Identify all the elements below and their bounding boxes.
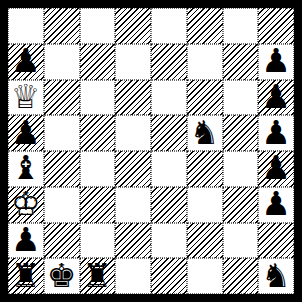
square-h3[interactable]: ♟ [258,187,294,223]
square-f2[interactable] [187,223,223,259]
square-c5[interactable] [80,115,116,151]
square-c4[interactable] [80,151,116,187]
square-b7[interactable] [44,44,80,80]
square-f8[interactable] [187,8,223,44]
black-rook-icon: ♜ [80,258,116,294]
black-rook-icon: ♜ [8,258,44,294]
square-b3[interactable] [44,187,80,223]
square-a4[interactable]: ♝ [8,151,44,187]
square-e8[interactable] [151,8,187,44]
square-g1[interactable] [223,258,259,294]
square-c7[interactable] [80,44,116,80]
black-knight-fill: ♞ [258,257,294,293]
square-d4[interactable] [115,151,151,187]
black-rook-fill: ♜ [8,257,44,293]
black-pawn-icon: ♟ [8,115,44,151]
black-king-icon: ♚ [44,258,80,294]
square-e3[interactable] [151,187,187,223]
square-e7[interactable] [151,44,187,80]
black-pawn-fill: ♟ [8,222,44,258]
black-bishop-fill: ♝ [8,150,44,186]
square-a5[interactable]: ♟ [8,115,44,151]
square-g3[interactable] [223,187,259,223]
black-bishop-icon: ♝ [8,151,44,187]
square-g2[interactable] [223,223,259,259]
black-pawn-icon: ♟ [8,44,44,80]
square-g6[interactable] [223,80,259,116]
square-g7[interactable] [223,44,259,80]
square-h5[interactable]: ♟ [258,115,294,151]
square-c2[interactable] [80,223,116,259]
square-g4[interactable] [223,151,259,187]
square-e4[interactable] [151,151,187,187]
black-knight-fill: ♞ [187,114,223,150]
black-pawn-fill: ♟ [258,186,294,222]
white-king-outline: ♔ [8,186,44,222]
square-c1[interactable]: ♜ [80,258,116,294]
square-f1[interactable] [187,258,223,294]
chess-diagram-frame: ♟♟♛♕♟♟♞♟♝♟♚♔♟♟♜♚♜♞ [0,0,302,302]
square-d6[interactable] [115,80,151,116]
square-h7[interactable]: ♟ [258,44,294,80]
black-pawn-icon: ♟ [258,115,294,151]
square-b2[interactable] [44,223,80,259]
square-f6[interactable] [187,80,223,116]
square-e1[interactable] [151,258,187,294]
black-pawn-fill: ♟ [258,43,294,79]
black-pawn-icon: ♟ [258,80,294,116]
square-a2[interactable]: ♟ [8,223,44,259]
square-b8[interactable] [44,8,80,44]
square-h2[interactable] [258,223,294,259]
square-c6[interactable] [80,80,116,116]
black-pawn-fill: ♟ [258,79,294,115]
square-e6[interactable] [151,80,187,116]
square-d3[interactable] [115,187,151,223]
square-d8[interactable] [115,8,151,44]
square-b6[interactable] [44,80,80,116]
chess-board: ♟♟♛♕♟♟♞♟♝♟♚♔♟♟♜♚♜♞ [8,8,294,294]
square-f5[interactable]: ♞ [187,115,223,151]
square-b4[interactable] [44,151,80,187]
black-pawn-icon: ♟ [258,151,294,187]
black-knight-icon: ♞ [187,115,223,151]
black-pawn-fill: ♟ [8,43,44,79]
square-a1[interactable]: ♜ [8,258,44,294]
square-d7[interactable] [115,44,151,80]
square-c8[interactable] [80,8,116,44]
square-d1[interactable] [115,258,151,294]
square-h6[interactable]: ♟ [258,80,294,116]
square-c3[interactable] [80,187,116,223]
black-pawn-icon: ♟ [258,187,294,223]
black-king-fill: ♚ [44,257,80,293]
white-king-icon: ♚♔ [8,187,44,223]
black-knight-icon: ♞ [258,258,294,294]
black-pawn-fill: ♟ [258,150,294,186]
square-a3[interactable]: ♚♔ [8,187,44,223]
square-b5[interactable] [44,115,80,151]
black-rook-fill: ♜ [80,257,116,293]
black-pawn-fill: ♟ [258,114,294,150]
square-h4[interactable]: ♟ [258,151,294,187]
square-h1[interactable]: ♞ [258,258,294,294]
square-f7[interactable] [187,44,223,80]
white-queen-icon: ♛♕ [8,80,44,116]
square-d2[interactable] [115,223,151,259]
black-pawn-fill: ♟ [8,114,44,150]
square-e5[interactable] [151,115,187,151]
square-a6[interactable]: ♛♕ [8,80,44,116]
black-pawn-icon: ♟ [8,223,44,259]
square-g5[interactable] [223,115,259,151]
square-e2[interactable] [151,223,187,259]
square-h8[interactable] [258,8,294,44]
black-pawn-icon: ♟ [258,44,294,80]
white-queen-outline: ♕ [8,79,44,115]
square-b1[interactable]: ♚ [44,258,80,294]
square-d5[interactable] [115,115,151,151]
square-f3[interactable] [187,187,223,223]
square-g8[interactable] [223,8,259,44]
square-a8[interactable] [8,8,44,44]
square-a7[interactable]: ♟ [8,44,44,80]
square-f4[interactable] [187,151,223,187]
